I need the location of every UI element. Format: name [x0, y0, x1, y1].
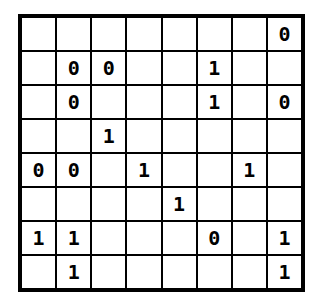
cell-r2c5[interactable]	[163, 52, 196, 84]
cell-r6c5: 1	[163, 188, 196, 220]
given-digit: 1	[68, 228, 80, 248]
cell-r4c6[interactable]	[198, 120, 231, 152]
cell-r3c7[interactable]	[233, 86, 266, 118]
cell-r7c1: 1	[22, 222, 55, 254]
given-digit: 1	[33, 228, 45, 248]
given-digit: 0	[278, 92, 290, 112]
page: 0001010100111110111	[0, 0, 322, 307]
cell-r5c1: 0	[22, 154, 55, 186]
cell-r1c2[interactable]	[57, 18, 90, 50]
given-digit: 0	[68, 160, 80, 180]
cell-r1c1[interactable]	[22, 18, 55, 50]
cell-r3c8: 0	[268, 86, 301, 118]
given-digit: 1	[208, 58, 220, 78]
cell-r7c2: 1	[57, 222, 90, 254]
cell-r6c6[interactable]	[198, 188, 231, 220]
cell-r5c7: 1	[233, 154, 266, 186]
given-digit: 1	[243, 160, 255, 180]
cell-r3c4[interactable]	[127, 86, 160, 118]
cell-r6c8[interactable]	[268, 188, 301, 220]
cell-r4c5[interactable]	[163, 120, 196, 152]
given-digit: 1	[278, 262, 290, 282]
cell-r6c3[interactable]	[92, 188, 125, 220]
cell-r1c7[interactable]	[233, 18, 266, 50]
cell-r1c5[interactable]	[163, 18, 196, 50]
cell-r3c3[interactable]	[92, 86, 125, 118]
cell-r3c5[interactable]	[163, 86, 196, 118]
cell-r3c1[interactable]	[22, 86, 55, 118]
cell-r7c3[interactable]	[92, 222, 125, 254]
cell-r8c4[interactable]	[127, 256, 160, 288]
cell-r2c4[interactable]	[127, 52, 160, 84]
cell-r8c2: 1	[57, 256, 90, 288]
cell-r4c8[interactable]	[268, 120, 301, 152]
cell-r4c7[interactable]	[233, 120, 266, 152]
cell-r2c2: 0	[57, 52, 90, 84]
given-digit: 0	[103, 58, 115, 78]
binairo-board: 0001010100111110111	[18, 14, 305, 292]
cell-r3c2: 0	[57, 86, 90, 118]
cell-r8c5[interactable]	[163, 256, 196, 288]
cell-r2c7[interactable]	[233, 52, 266, 84]
cell-r6c7[interactable]	[233, 188, 266, 220]
given-digit: 0	[68, 58, 80, 78]
cell-r8c3[interactable]	[92, 256, 125, 288]
given-digit: 0	[68, 92, 80, 112]
cell-r4c4[interactable]	[127, 120, 160, 152]
cell-r6c4[interactable]	[127, 188, 160, 220]
cell-r7c4[interactable]	[127, 222, 160, 254]
given-digit: 1	[208, 92, 220, 112]
cell-r5c2: 0	[57, 154, 90, 186]
cell-r5c5[interactable]	[163, 154, 196, 186]
given-digit: 1	[103, 126, 115, 146]
cell-r3c6: 1	[198, 86, 231, 118]
cell-r2c3: 0	[92, 52, 125, 84]
cell-r4c2[interactable]	[57, 120, 90, 152]
cell-r1c4[interactable]	[127, 18, 160, 50]
cell-r8c1[interactable]	[22, 256, 55, 288]
cell-r4c1[interactable]	[22, 120, 55, 152]
given-digit: 1	[173, 194, 185, 214]
cell-r8c6[interactable]	[198, 256, 231, 288]
cell-r5c4: 1	[127, 154, 160, 186]
cell-r7c8: 1	[268, 222, 301, 254]
given-digit: 0	[208, 228, 220, 248]
given-digit: 0	[278, 24, 290, 44]
given-digit: 0	[33, 160, 45, 180]
cell-r2c6: 1	[198, 52, 231, 84]
cell-r8c8: 1	[268, 256, 301, 288]
cell-r1c3[interactable]	[92, 18, 125, 50]
cell-r6c1[interactable]	[22, 188, 55, 220]
cell-r5c6[interactable]	[198, 154, 231, 186]
cell-r7c5[interactable]	[163, 222, 196, 254]
cell-r5c3[interactable]	[92, 154, 125, 186]
cell-r7c6: 0	[198, 222, 231, 254]
cell-r8c7[interactable]	[233, 256, 266, 288]
given-digit: 1	[138, 160, 150, 180]
given-digit: 1	[278, 228, 290, 248]
cell-r1c8: 0	[268, 18, 301, 50]
cell-r7c7[interactable]	[233, 222, 266, 254]
cell-r2c8[interactable]	[268, 52, 301, 84]
cell-r6c2[interactable]	[57, 188, 90, 220]
cell-r4c3: 1	[92, 120, 125, 152]
cell-r1c6[interactable]	[198, 18, 231, 50]
cell-r2c1[interactable]	[22, 52, 55, 84]
given-digit: 1	[68, 262, 80, 282]
cell-r5c8[interactable]	[268, 154, 301, 186]
